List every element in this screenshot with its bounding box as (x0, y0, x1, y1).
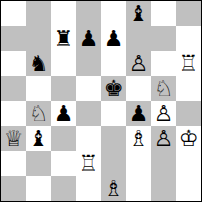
square-b1 (26, 176, 51, 201)
square-d1 (76, 176, 101, 201)
square-d7: ♟ (76, 26, 101, 51)
square-f8: ♝ (126, 1, 151, 26)
square-e4 (101, 101, 126, 126)
square-a3: ♕ (1, 126, 26, 151)
square-c2 (51, 151, 76, 176)
black-pawn-icon: ♟ (104, 26, 124, 51)
square-a8 (1, 1, 26, 26)
square-a2 (1, 151, 26, 176)
white-queen-icon: ♕ (4, 126, 24, 151)
square-e6 (101, 51, 126, 76)
chess-diagram: ♝♜♟♟♞♙♖♚♘♘♟♟♙♕♝♗♙♔♖♗ (0, 0, 202, 202)
square-a7 (1, 26, 26, 51)
square-c6 (51, 51, 76, 76)
square-g8 (151, 1, 176, 26)
white-pawn-icon: ♙ (129, 51, 149, 76)
square-a5 (1, 76, 26, 101)
black-pawn-icon: ♟ (79, 26, 99, 51)
black-bishop-icon: ♝ (29, 126, 49, 151)
square-f6: ♙ (126, 51, 151, 76)
square-d5 (76, 76, 101, 101)
square-f7 (126, 26, 151, 51)
square-d3 (76, 126, 101, 151)
square-d2: ♖ (76, 151, 101, 176)
black-pawn-icon: ♟ (54, 101, 74, 126)
white-bishop-icon: ♗ (129, 126, 149, 151)
black-rook-icon: ♜ (54, 26, 74, 51)
square-e7: ♟ (101, 26, 126, 51)
black-pawn-icon: ♟ (129, 101, 149, 126)
square-h1 (176, 176, 201, 201)
white-knight-icon: ♘ (154, 76, 174, 101)
square-e1: ♗ (101, 176, 126, 201)
square-a4 (1, 101, 26, 126)
black-king-icon: ♚ (104, 76, 124, 101)
square-b6: ♞ (26, 51, 51, 76)
square-e8 (101, 1, 126, 26)
white-knight-icon: ♘ (29, 101, 49, 126)
square-e3 (101, 126, 126, 151)
square-c5 (51, 76, 76, 101)
square-c7: ♜ (51, 26, 76, 51)
square-g1 (151, 176, 176, 201)
white-bishop-icon: ♗ (104, 176, 124, 201)
black-knight-icon: ♞ (29, 51, 49, 76)
square-g4: ♙ (151, 101, 176, 126)
square-h7 (176, 26, 201, 51)
chess-board: ♝♜♟♟♞♙♖♚♘♘♟♟♙♕♝♗♙♔♖♗ (0, 0, 202, 202)
square-d6 (76, 51, 101, 76)
square-b5 (26, 76, 51, 101)
square-f2 (126, 151, 151, 176)
square-c3 (51, 126, 76, 151)
white-king-icon: ♔ (179, 126, 199, 151)
square-g3: ♙ (151, 126, 176, 151)
white-rook-icon: ♖ (179, 51, 199, 76)
square-f5 (126, 76, 151, 101)
square-f3: ♗ (126, 126, 151, 151)
square-b7 (26, 26, 51, 51)
white-pawn-icon: ♙ (154, 101, 174, 126)
square-b8 (26, 1, 51, 26)
square-h8 (176, 1, 201, 26)
square-h3: ♔ (176, 126, 201, 151)
square-f4: ♟ (126, 101, 151, 126)
black-bishop-icon: ♝ (129, 1, 149, 26)
square-d8 (76, 1, 101, 26)
square-g7 (151, 26, 176, 51)
square-g2 (151, 151, 176, 176)
square-e2 (101, 151, 126, 176)
square-c4: ♟ (51, 101, 76, 126)
square-b3: ♝ (26, 126, 51, 151)
white-pawn-icon: ♙ (154, 126, 174, 151)
square-f1 (126, 176, 151, 201)
square-a1 (1, 176, 26, 201)
square-g5: ♘ (151, 76, 176, 101)
square-h5 (176, 76, 201, 101)
square-e5: ♚ (101, 76, 126, 101)
square-h2 (176, 151, 201, 176)
square-g6 (151, 51, 176, 76)
square-b2 (26, 151, 51, 176)
square-b4: ♘ (26, 101, 51, 126)
square-a6 (1, 51, 26, 76)
square-c8 (51, 1, 76, 26)
square-d4 (76, 101, 101, 126)
square-h4 (176, 101, 201, 126)
white-rook-icon: ♖ (79, 151, 99, 176)
square-h6: ♖ (176, 51, 201, 76)
square-c1 (51, 176, 76, 201)
